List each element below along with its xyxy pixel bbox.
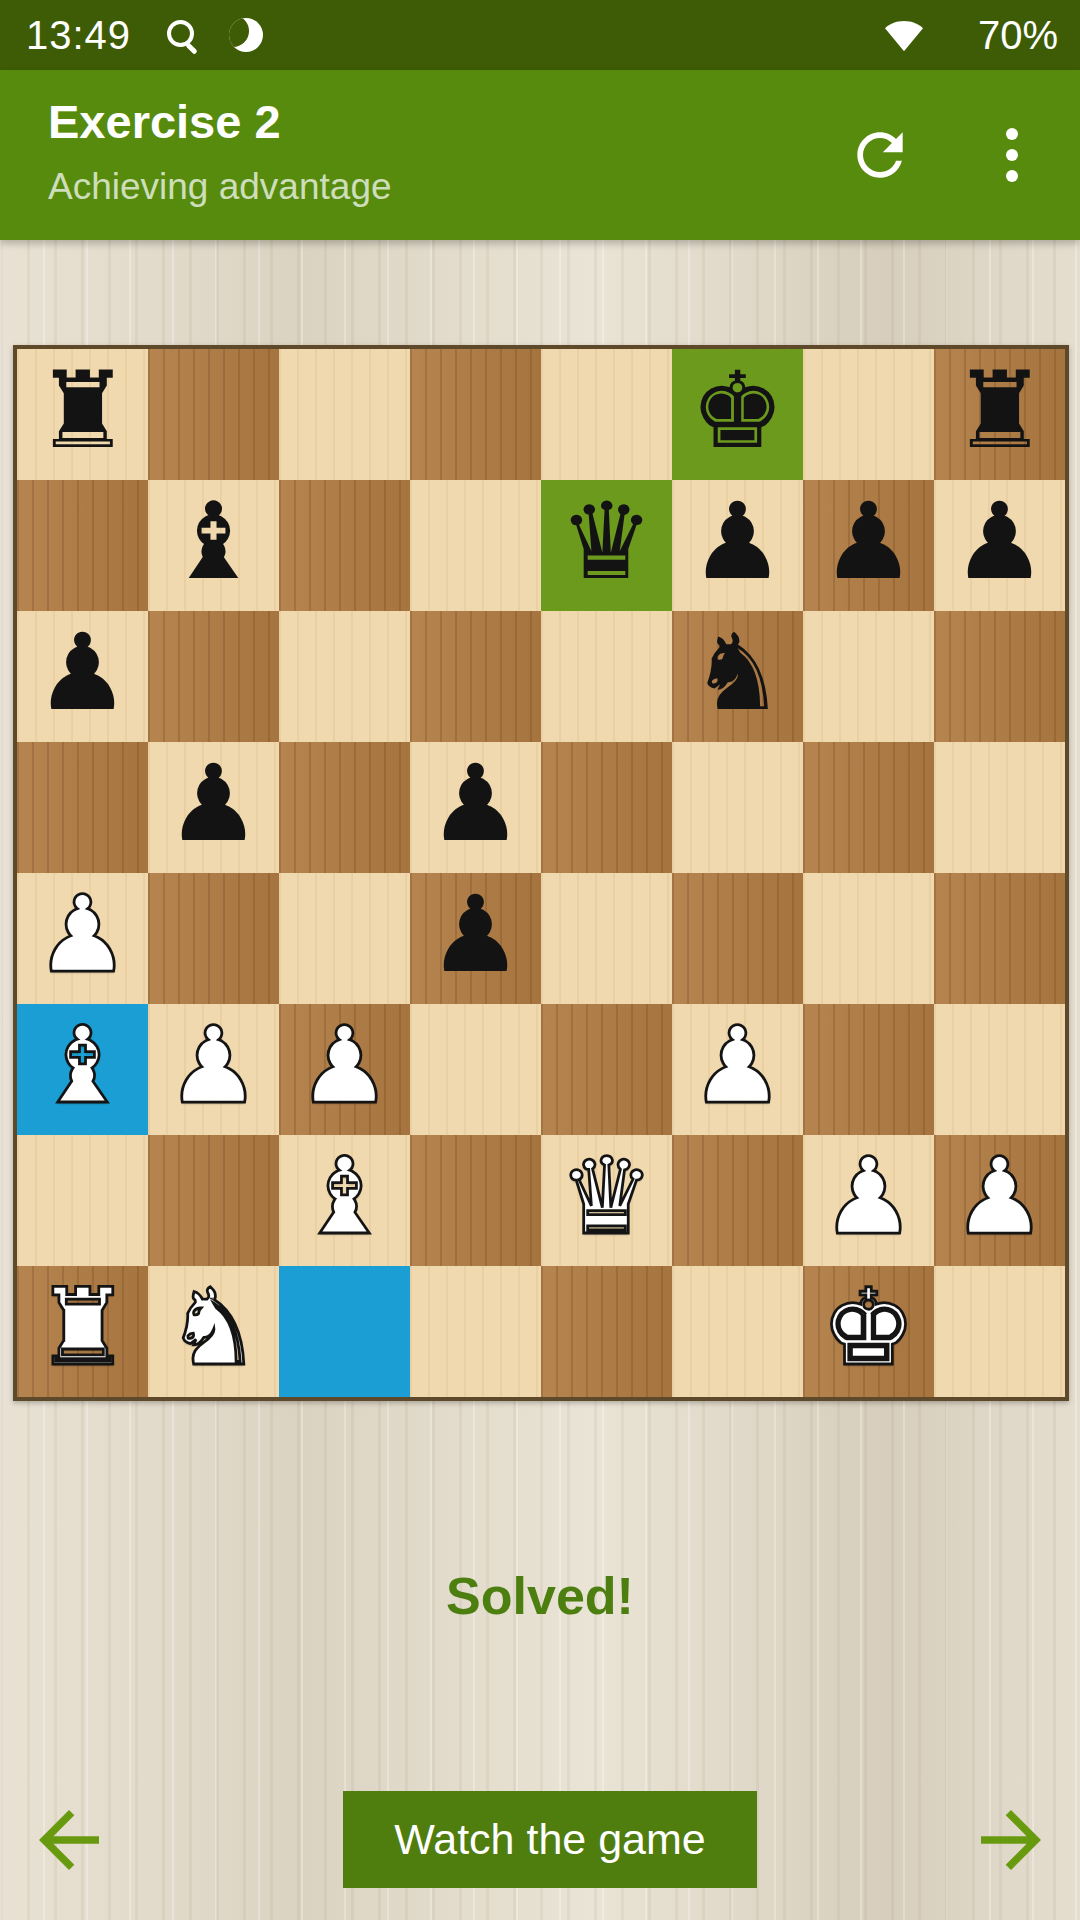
square-b8[interactable]	[148, 349, 279, 480]
battery-percent: 70%	[978, 13, 1058, 58]
piece-white-pawn: ♟	[952, 1144, 1047, 1250]
battery-icon	[942, 13, 968, 57]
square-a4[interactable]: ♟	[17, 873, 148, 1004]
square-c8[interactable]	[279, 349, 410, 480]
square-c5[interactable]	[279, 742, 410, 873]
page-subtitle: Achieving advantage	[48, 166, 392, 208]
square-a1[interactable]: ♜	[17, 1266, 148, 1397]
night-mode-icon	[229, 18, 263, 52]
square-a7[interactable]	[17, 480, 148, 611]
square-b7[interactable]: ♝	[148, 480, 279, 611]
piece-white-bishop: ♝	[35, 1013, 130, 1119]
piece-black-pawn: ♟	[821, 489, 916, 595]
square-d4[interactable]: ♟	[410, 873, 541, 1004]
square-b4[interactable]	[148, 873, 279, 1004]
square-f3[interactable]: ♟	[672, 1004, 803, 1135]
piece-black-pawn: ♟	[166, 751, 261, 857]
overflow-menu-button[interactable]	[1000, 122, 1024, 188]
piece-white-pawn: ♟	[166, 1013, 261, 1119]
square-a2[interactable]	[17, 1135, 148, 1266]
square-g1[interactable]: ♚	[803, 1266, 934, 1397]
square-c1[interactable]	[279, 1266, 410, 1397]
piece-black-king: ♚	[690, 358, 785, 464]
piece-black-bishop: ♝	[166, 489, 261, 595]
square-f6[interactable]: ♞	[672, 611, 803, 742]
piece-black-knight: ♞	[690, 620, 785, 726]
square-f1[interactable]	[672, 1266, 803, 1397]
square-f2[interactable]	[672, 1135, 803, 1266]
piece-black-queen: ♛	[559, 489, 654, 595]
piece-black-pawn: ♟	[690, 489, 785, 595]
square-c6[interactable]	[279, 611, 410, 742]
square-a6[interactable]: ♟	[17, 611, 148, 742]
piece-white-rook: ♜	[35, 1275, 130, 1381]
square-c3[interactable]: ♟	[279, 1004, 410, 1135]
page-title: Exercise 2	[48, 94, 281, 149]
piece-white-king: ♚	[821, 1275, 916, 1381]
result-message: Solved!	[0, 1566, 1080, 1626]
square-e8[interactable]	[541, 349, 672, 480]
square-f4[interactable]	[672, 873, 803, 1004]
square-f5[interactable]	[672, 742, 803, 873]
square-f7[interactable]: ♟	[672, 480, 803, 611]
square-e3[interactable]	[541, 1004, 672, 1135]
square-d2[interactable]	[410, 1135, 541, 1266]
square-h6[interactable]	[934, 611, 1065, 742]
piece-white-pawn: ♟	[690, 1013, 785, 1119]
square-a3[interactable]: ♝	[17, 1004, 148, 1135]
square-d7[interactable]	[410, 480, 541, 611]
square-e2[interactable]: ♛	[541, 1135, 672, 1266]
square-h8[interactable]: ♜	[934, 349, 1065, 480]
piece-white-knight: ♞	[166, 1275, 261, 1381]
square-e5[interactable]	[541, 742, 672, 873]
piece-black-rook: ♜	[952, 358, 1047, 464]
square-e6[interactable]	[541, 611, 672, 742]
square-b3[interactable]: ♟	[148, 1004, 279, 1135]
screen: 13:49 70% Exercise 2 Achieving advantage…	[0, 0, 1080, 1920]
square-h4[interactable]	[934, 873, 1065, 1004]
square-g6[interactable]	[803, 611, 934, 742]
previous-exercise-button[interactable]	[24, 1795, 114, 1885]
piece-white-queen: ♛	[559, 1144, 654, 1250]
square-h7[interactable]: ♟	[934, 480, 1065, 611]
square-f8[interactable]: ♚	[672, 349, 803, 480]
piece-white-pawn: ♟	[821, 1144, 916, 1250]
square-h5[interactable]	[934, 742, 1065, 873]
square-d3[interactable]	[410, 1004, 541, 1135]
square-a8[interactable]: ♜	[17, 349, 148, 480]
search-icon	[165, 16, 201, 54]
square-d1[interactable]	[410, 1266, 541, 1397]
square-c2[interactable]: ♝	[279, 1135, 410, 1266]
square-h1[interactable]	[934, 1266, 1065, 1397]
menu-dot	[1006, 170, 1018, 182]
piece-white-pawn: ♟	[297, 1013, 392, 1119]
app-bar: Exercise 2 Achieving advantage	[0, 70, 1080, 240]
square-g5[interactable]	[803, 742, 934, 873]
piece-black-pawn: ♟	[428, 882, 523, 988]
piece-black-pawn: ♟	[428, 751, 523, 857]
square-b5[interactable]: ♟	[148, 742, 279, 873]
square-e7[interactable]: ♛	[541, 480, 672, 611]
status-bar: 13:49 70%	[0, 0, 1080, 70]
status-right-cluster: 70%	[882, 13, 1058, 58]
menu-dot	[1006, 128, 1018, 140]
square-g7[interactable]: ♟	[803, 480, 934, 611]
square-g8[interactable]	[803, 349, 934, 480]
square-g2[interactable]: ♟	[803, 1135, 934, 1266]
piece-white-bishop: ♝	[297, 1144, 392, 1250]
square-c4[interactable]	[279, 873, 410, 1004]
next-exercise-button[interactable]	[966, 1795, 1056, 1885]
menu-dot	[1006, 149, 1018, 161]
square-d8[interactable]	[410, 349, 541, 480]
square-b2[interactable]	[148, 1135, 279, 1266]
piece-black-pawn: ♟	[952, 489, 1047, 595]
square-d5[interactable]: ♟	[410, 742, 541, 873]
square-e1[interactable]	[541, 1266, 672, 1397]
piece-black-rook: ♜	[35, 358, 130, 464]
wifi-icon	[882, 17, 926, 53]
square-d6[interactable]	[410, 611, 541, 742]
square-e4[interactable]	[541, 873, 672, 1004]
piece-black-pawn: ♟	[35, 620, 130, 726]
square-b6[interactable]	[148, 611, 279, 742]
square-g3[interactable]	[803, 1004, 934, 1135]
clock: 13:49	[26, 13, 131, 58]
square-c7[interactable]	[279, 480, 410, 611]
restart-button[interactable]	[846, 121, 914, 189]
square-b1[interactable]: ♞	[148, 1266, 279, 1397]
square-g4[interactable]	[803, 873, 934, 1004]
watch-the-game-button[interactable]: Watch the game	[343, 1791, 757, 1888]
square-a5[interactable]	[17, 742, 148, 873]
square-h3[interactable]	[934, 1004, 1065, 1135]
piece-white-pawn: ♟	[35, 882, 130, 988]
chess-board[interactable]: ♜♚♜♝♛♟♟♟♟♞♟♟♟♟♝♟♟♟♝♛♟♟♜♞♚	[13, 345, 1069, 1401]
square-h2[interactable]: ♟	[934, 1135, 1065, 1266]
